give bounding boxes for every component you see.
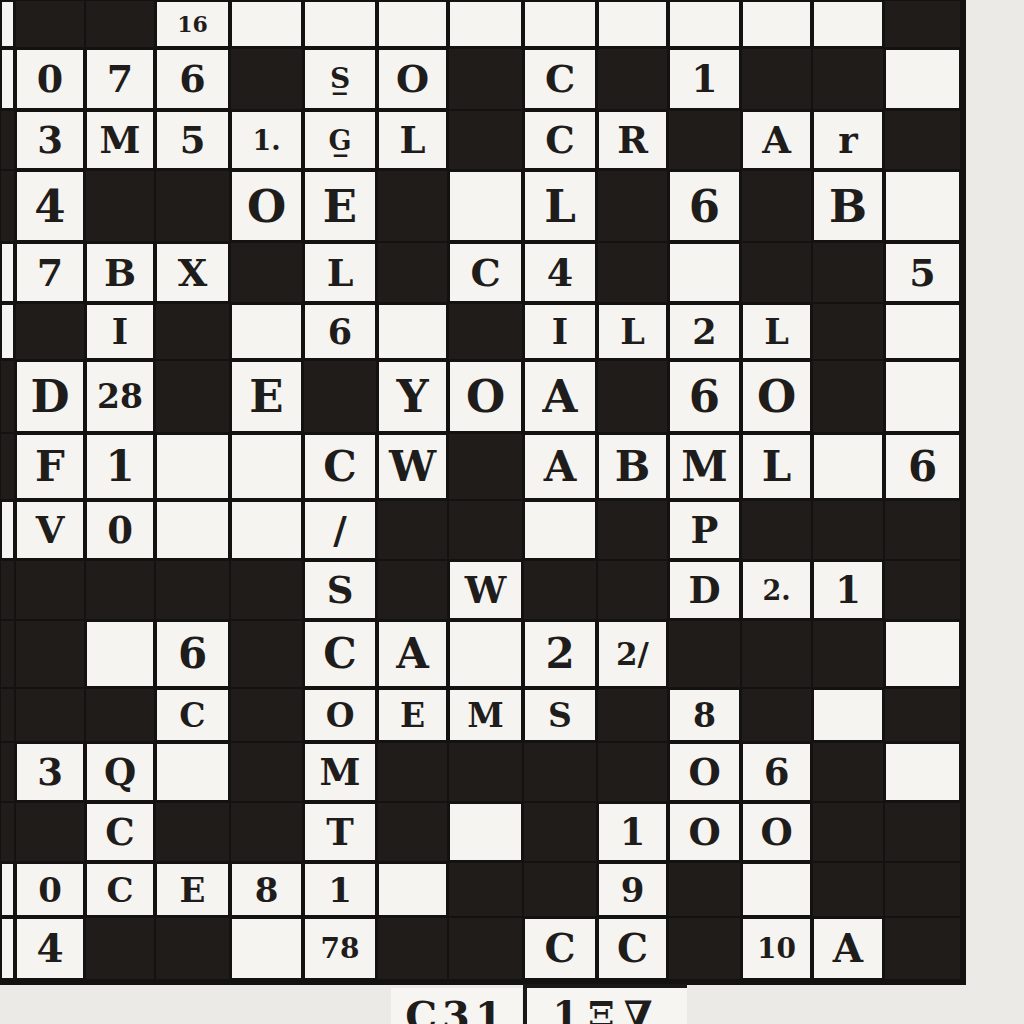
cell-r0-c12[interactable] — [814, 2, 882, 46]
cell-r9-c0-black — [1, 561, 14, 619]
cell-r11-c5[interactable]: O — [305, 690, 375, 740]
cell-r13-c13-black — [885, 803, 960, 861]
cell-glyph: C — [545, 122, 574, 159]
cell-r9-c7[interactable]: W — [450, 562, 521, 618]
cell-glyph: 2 — [545, 633, 574, 675]
cell-r7-c5[interactable]: C — [305, 435, 375, 498]
cell-r8-c12-black — [813, 501, 883, 559]
cell-r12-c12-black — [813, 743, 883, 801]
cell-r10-c5[interactable]: C — [305, 622, 375, 686]
cell-glyph: A — [543, 374, 578, 419]
cell-glyph: S̲ — [330, 65, 350, 93]
cell-r9-c8-black — [524, 561, 596, 619]
cell-r10-c3[interactable]: 6 — [157, 622, 228, 686]
cell-r5-c0[interactable] — [2, 305, 13, 358]
cell-r11-c12[interactable] — [814, 690, 882, 740]
cell-r12-c3[interactable] — [157, 744, 228, 800]
cell-glyph: C — [323, 633, 356, 675]
cell-r1-c8[interactable]: C — [525, 50, 595, 108]
cell-r0-c6[interactable] — [379, 2, 446, 46]
cell-r15-c10-black — [669, 918, 740, 979]
cell-r7-c1[interactable]: F — [17, 435, 83, 498]
cell-r11-c9-black — [598, 689, 667, 741]
cell-r10-c8[interactable]: 2 — [525, 622, 595, 686]
cell-glyph: E — [323, 184, 357, 229]
cell-glyph: 8 — [693, 699, 716, 732]
cell-r15-c3-black — [156, 918, 229, 979]
cell-r12-c1[interactable]: 3 — [17, 744, 83, 800]
cell-glyph: M — [467, 699, 504, 732]
cell-r5-c5[interactable]: 6 — [305, 305, 375, 358]
cell-glyph: A — [833, 929, 863, 968]
cell-r3-c5[interactable]: E — [305, 172, 375, 240]
cell-r5-c11[interactable]: L — [743, 305, 810, 358]
cell-r4-c6-black — [378, 243, 447, 302]
cell-glyph: B — [104, 254, 136, 292]
cell-r3-c2-black — [86, 171, 154, 241]
cell-r11-c4-black — [231, 689, 302, 741]
cell-r2-c7-black — [449, 111, 522, 169]
cell-r10-c7[interactable] — [450, 622, 521, 686]
cell-r15-c4[interactable] — [232, 919, 301, 978]
cell-r12-c6-black — [378, 743, 447, 801]
cell-r8-c7-black — [449, 501, 522, 559]
cell-r9-c2-black — [86, 561, 154, 619]
cell-glyph: T — [326, 814, 354, 851]
cell-glyph: 5 — [909, 254, 935, 292]
cell-glyph: 1 — [835, 572, 861, 609]
cell-glyph: 10 — [757, 935, 796, 963]
page: 16076S̲OC13M51.G̲LCRAr4OEL6B7BXLC45I6IL2… — [0, 0, 1024, 1024]
cell-glyph: V — [36, 512, 65, 549]
cell-glyph: M — [681, 446, 728, 488]
cell-r3-c13[interactable] — [886, 172, 959, 240]
cell-r15-c9[interactable]: C — [599, 919, 666, 978]
cell-glyph: 4 — [36, 929, 63, 968]
cell-r14-c5[interactable]: 1 — [305, 864, 375, 915]
cell-r15-c12[interactable]: A — [814, 919, 882, 978]
cell-r14-c13-black — [885, 863, 960, 916]
cell-r10-c10-black — [669, 621, 740, 687]
cell-glyph: 2/ — [616, 639, 649, 670]
cell-r0-c3[interactable]: 16 — [157, 2, 228, 46]
cell-glyph: 1. — [252, 127, 280, 154]
cell-r13-c11[interactable]: O — [743, 804, 810, 860]
cell-r10-c6[interactable]: A — [379, 622, 446, 686]
cell-glyph: W — [389, 446, 436, 488]
cell-r0-c10[interactable] — [670, 2, 739, 46]
cell-r8-c13-black — [885, 501, 960, 559]
cell-glyph: 7 — [107, 60, 133, 98]
cell-r2-c4[interactable]: 1. — [232, 112, 301, 168]
cell-r9-c10[interactable]: D — [670, 562, 739, 618]
cell-r6-c13[interactable] — [886, 362, 959, 431]
cell-r5-c1-black — [16, 304, 84, 359]
cell-glyph: 78 — [321, 935, 360, 963]
cell-r10-c11-black — [742, 621, 811, 687]
cell-r6-c5-black — [304, 361, 376, 432]
cell-r3-c1[interactable]: 4 — [17, 172, 83, 240]
cell-r2-c5[interactable]: G̲ — [305, 112, 375, 168]
cell-r1-c1[interactable]: 0 — [17, 50, 83, 108]
cell-r1-c4-black — [231, 49, 302, 109]
cell-r13-c4-black — [231, 803, 302, 861]
cell-glyph: O — [688, 754, 720, 791]
cell-r3-c9-black — [598, 171, 667, 241]
cell-r14-c4[interactable]: 8 — [232, 864, 301, 915]
cell-r2-c9[interactable]: R — [599, 112, 666, 168]
cell-r6-c0-black — [1, 361, 14, 432]
cell-r10-c12-black — [813, 621, 883, 687]
cell-r10-c0-black — [1, 621, 14, 687]
cell-r5-c13[interactable] — [886, 305, 959, 358]
cell-r8-c9-black — [598, 501, 667, 559]
cell-r14-c2[interactable]: C — [87, 864, 153, 915]
cell-glyph: X — [178, 254, 207, 292]
cell-r2-c3[interactable]: 5 — [157, 112, 228, 168]
cell-r0-c2-black — [86, 1, 154, 47]
cell-glyph: 5 — [180, 122, 206, 159]
cell-r8-c3[interactable] — [157, 502, 228, 558]
cell-r3-c3-black — [156, 171, 229, 241]
cell-r13-c8-black — [524, 803, 596, 861]
cell-r1-c6[interactable]: O — [379, 50, 446, 108]
cell-glyph: B — [615, 446, 651, 488]
cell-r14-c8-black — [524, 863, 596, 916]
cell-r6-c3-black — [156, 361, 229, 432]
cell-glyph: E — [249, 374, 283, 419]
cell-r4-c13[interactable]: 5 — [886, 244, 959, 301]
cell-r4-c7[interactable]: C — [450, 244, 521, 301]
cell-r14-c9[interactable]: 9 — [599, 864, 666, 915]
cell-r12-c8-black — [524, 743, 596, 801]
cell-r2-c13-black — [885, 111, 960, 169]
cell-r4-c10[interactable] — [670, 244, 739, 301]
cell-r12-c5[interactable]: M — [305, 744, 375, 800]
cell-r9-c12[interactable]: 1 — [814, 562, 882, 618]
cell-r0-c4[interactable] — [232, 2, 301, 46]
cell-r4-c8[interactable]: 4 — [525, 244, 595, 301]
cell-glyph: F — [35, 446, 65, 488]
cell-r1-c9-black — [598, 49, 667, 109]
cell-r1-c0[interactable] — [2, 50, 13, 108]
cell-r8-c0[interactable] — [2, 502, 13, 558]
cell-r1-c13[interactable] — [886, 50, 959, 108]
cell-r5-c12-black — [813, 304, 883, 359]
cell-glyph: 0 — [107, 512, 133, 549]
cell-r2-c2[interactable]: M — [87, 112, 153, 168]
cell-r11-c13-black — [885, 689, 960, 741]
cell-r12-c13[interactable] — [886, 744, 959, 800]
cell-glyph: Y — [396, 374, 428, 419]
cell-r0-c9[interactable] — [599, 2, 666, 46]
cell-r9-c3-black — [156, 561, 229, 619]
cell-r14-c10-black — [669, 863, 740, 916]
cell-r12-c9-black — [598, 743, 667, 801]
cell-r1-c5[interactable]: S̲ — [305, 50, 375, 108]
cell-r6-c2[interactable]: 28 — [87, 362, 153, 431]
cell-r11-c10[interactable]: 8 — [670, 690, 739, 740]
cell-r13-c3-black — [156, 803, 229, 861]
cell-glyph: C — [544, 929, 575, 968]
cell-r5-c2[interactable]: I — [87, 305, 153, 358]
cell-r3-c8[interactable]: L — [525, 172, 595, 240]
cell-r13-c5[interactable]: T — [305, 804, 375, 860]
cell-glyph: 8 — [255, 873, 279, 907]
cell-glyph: O — [247, 184, 286, 229]
cell-glyph: 6 — [764, 754, 790, 791]
cell-r15-c8[interactable]: C — [525, 919, 595, 978]
cell-r12-c10[interactable]: O — [670, 744, 739, 800]
cell-r4-c3[interactable]: X — [157, 244, 228, 301]
cell-r1-c7-black — [449, 49, 522, 109]
cell-glyph: 1 — [620, 814, 646, 851]
cell-r5-c3-black — [156, 304, 229, 359]
cell-r5-c8[interactable]: I — [525, 305, 595, 358]
cell-r8-c4[interactable] — [232, 502, 301, 558]
cell-r15-c7-black — [449, 918, 522, 979]
cell-glyph: G̲ — [328, 127, 351, 154]
cell-r7-c11[interactable]: L — [743, 435, 810, 498]
cell-r13-c6-black — [378, 803, 447, 861]
cell-r14-c0[interactable] — [2, 864, 13, 915]
cutoff-caption-cell-left: C31 — [391, 988, 522, 1024]
cell-r13-c12-black — [813, 803, 883, 861]
cell-glyph: 7 — [37, 254, 63, 292]
cell-glyph: C — [105, 814, 134, 851]
crossword-board: 16076S̲OC13M51.G̲LCRAr4OEL6B7BXLC45I6IL2… — [0, 0, 966, 985]
cell-r15-c1[interactable]: 4 — [17, 919, 83, 978]
cell-r0-c13-black — [885, 1, 960, 47]
cell-r6-c11[interactable]: O — [743, 362, 810, 431]
cell-glyph: Q — [104, 754, 136, 791]
cell-glyph: 3 — [37, 754, 63, 791]
cell-r1-c11-black — [742, 49, 811, 109]
cell-glyph: C — [545, 60, 575, 98]
cell-r1-c12-black — [813, 49, 883, 109]
cell-r15-c11[interactable]: 10 — [743, 919, 810, 978]
cell-r7-c8[interactable]: A — [525, 435, 595, 498]
cell-glyph: 6 — [178, 633, 207, 675]
cell-glyph: 6 — [908, 446, 937, 488]
cell-r7-c2[interactable]: 1 — [87, 435, 153, 498]
cell-r9-c6-black — [378, 561, 447, 619]
cell-r4-c12-black — [813, 243, 883, 302]
cell-r11-c0-black — [1, 689, 14, 741]
cell-r4-c0[interactable] — [2, 244, 13, 301]
cell-r5-c4[interactable] — [232, 305, 301, 358]
cell-r6-c4[interactable]: E — [232, 362, 301, 431]
cell-glyph: M — [320, 754, 361, 791]
cell-glyph: A — [762, 122, 791, 159]
cell-glyph: O — [757, 374, 796, 419]
cell-r11-c8[interactable]: S — [525, 690, 595, 740]
cell-r4-c9-black — [598, 243, 667, 302]
cell-r7-c3[interactable] — [157, 435, 228, 498]
cell-r4-c11-black — [742, 243, 811, 302]
cell-r3-c10[interactable]: 6 — [670, 172, 739, 240]
cell-r5-c7-black — [449, 304, 522, 359]
cell-r3-c11-black — [742, 171, 811, 241]
cell-glyph: L — [399, 122, 425, 159]
cell-r3-c6-black — [378, 171, 447, 241]
cell-r6-c10[interactable]: 6 — [670, 362, 739, 431]
cell-r12-c2[interactable]: Q — [87, 744, 153, 800]
cell-glyph: A — [544, 446, 577, 488]
cell-glyph: / — [333, 512, 347, 549]
cutoff-caption-cell-right: 1Ξ∇ — [523, 984, 687, 1024]
cell-r15-c13-black — [885, 918, 960, 979]
cell-r6-c12-black — [813, 361, 883, 432]
cell-glyph: O — [466, 374, 505, 419]
cell-r12-c11[interactable]: 6 — [743, 744, 810, 800]
cell-r13-c7[interactable] — [450, 804, 521, 860]
cell-glyph: 1 — [691, 60, 717, 98]
cell-glyph: 6 — [689, 184, 720, 229]
cell-r9-c5[interactable]: S — [305, 562, 375, 618]
cell-glyph: C — [323, 446, 356, 488]
cell-glyph: 28 — [97, 380, 143, 413]
cell-r10-c2[interactable] — [87, 622, 153, 686]
cell-glyph: 0 — [37, 60, 63, 98]
cell-r13-c10[interactable]: O — [670, 804, 739, 860]
cell-r1-c2[interactable]: 7 — [87, 50, 153, 108]
cell-r10-c4-black — [231, 621, 302, 687]
cell-r13-c0-black — [1, 803, 14, 861]
cell-r9-c11[interactable]: 2. — [743, 562, 810, 618]
cell-r5-c6[interactable] — [379, 305, 446, 358]
cell-r3-c4[interactable]: O — [232, 172, 301, 240]
cell-r9-c4-black — [231, 561, 302, 619]
cell-r4-c5[interactable]: L — [305, 244, 375, 301]
cell-r2-c8[interactable]: C — [525, 112, 595, 168]
cell-r0-c0[interactable] — [2, 2, 13, 46]
cell-r0-c7[interactable] — [450, 2, 521, 46]
cell-glyph: 9 — [621, 873, 645, 907]
cell-r7-c4[interactable] — [232, 435, 301, 498]
cell-r13-c2[interactable]: C — [87, 804, 153, 860]
cell-glyph: 2. — [762, 577, 790, 604]
cell-r11-c11-black — [742, 689, 811, 741]
cell-r7-c9[interactable]: B — [599, 435, 666, 498]
cell-glyph: C — [617, 929, 648, 968]
cell-glyph: D — [688, 572, 720, 609]
cell-r10-c13[interactable] — [886, 622, 959, 686]
cell-r12-c0-black — [1, 743, 14, 801]
cell-r12-c4-black — [231, 743, 302, 801]
cell-r7-c12[interactable] — [814, 435, 882, 498]
cell-r2-c12[interactable]: r — [814, 112, 882, 168]
cell-r15-c2-black — [86, 918, 154, 979]
cell-glyph: 16 — [177, 13, 208, 35]
cell-r8-c5[interactable]: / — [305, 502, 375, 558]
cell-r11-c1-black — [16, 689, 84, 741]
cell-r13-c1-black — [16, 803, 84, 861]
cell-r11-c6[interactable]: E — [379, 690, 446, 740]
cell-glyph: O — [396, 60, 429, 98]
cell-r8-c2[interactable]: 0 — [87, 502, 153, 558]
cell-glyph: 4 — [34, 184, 65, 229]
cell-r3-c12[interactable]: B — [814, 172, 882, 240]
cell-glyph: I — [112, 314, 128, 349]
cell-r8-c6-black — [378, 501, 447, 559]
cell-glyph: P — [691, 512, 719, 549]
cell-r10-c1-black — [16, 621, 84, 687]
cell-r14-c6[interactable] — [379, 864, 446, 915]
cell-r4-c2[interactable]: B — [87, 244, 153, 301]
cell-r0-c1-black — [16, 1, 84, 47]
cell-r6-c7[interactable]: O — [450, 362, 521, 431]
cell-r15-c6-black — [378, 918, 447, 979]
cell-r9-c1-black — [16, 561, 84, 619]
cell-r8-c8[interactable] — [525, 502, 595, 558]
cell-glyph: L — [544, 184, 576, 229]
cell-glyph: D — [30, 374, 69, 419]
cell-r8-c10[interactable]: P — [670, 502, 739, 558]
cell-r10-c9[interactable]: 2/ — [599, 622, 666, 686]
cell-r14-c1[interactable]: 0 — [17, 864, 83, 915]
cell-glyph: 4 — [547, 254, 573, 292]
cell-r4-c4-black — [231, 243, 302, 302]
cell-glyph: A — [396, 633, 429, 675]
cell-glyph: E — [180, 873, 206, 907]
cell-glyph: I — [552, 314, 568, 349]
cell-r2-c1[interactable]: 3 — [17, 112, 83, 168]
cell-r6-c8[interactable]: A — [525, 362, 595, 431]
cell-r11-c3[interactable]: C — [157, 690, 228, 740]
cell-r5-c9[interactable]: L — [599, 305, 666, 358]
cell-r2-c0-black — [1, 111, 14, 169]
cell-r4-c1[interactable]: 7 — [17, 244, 83, 301]
cell-r14-c3[interactable]: E — [157, 864, 228, 915]
cell-r11-c2-black — [86, 689, 154, 741]
cell-glyph: L — [620, 314, 645, 349]
cell-r14-c11[interactable] — [743, 864, 810, 915]
cell-r0-c8[interactable] — [525, 2, 595, 46]
cell-r11-c7[interactable]: M — [450, 690, 521, 740]
cell-glyph: 0 — [38, 873, 62, 907]
cell-r1-c3[interactable]: 6 — [157, 50, 228, 108]
cell-r15-c0[interactable] — [2, 919, 13, 978]
cell-glyph: C — [470, 254, 500, 292]
cell-r0-c11[interactable] — [743, 2, 810, 46]
cell-r2-c11[interactable]: A — [743, 112, 810, 168]
cell-glyph: L — [327, 254, 354, 292]
cell-glyph: 2 — [692, 314, 716, 349]
cell-glyph: 6 — [328, 314, 352, 349]
cell-r7-c6[interactable]: W — [379, 435, 446, 498]
cell-r7-c10[interactable]: M — [670, 435, 739, 498]
cell-r2-c6[interactable]: L — [379, 112, 446, 168]
cell-glyph: O — [688, 814, 720, 851]
cell-r0-c5[interactable] — [305, 2, 375, 46]
cell-r7-c13[interactable]: 6 — [886, 435, 959, 498]
cell-glyph: 6 — [689, 374, 720, 419]
cell-r3-c7[interactable] — [450, 172, 521, 240]
cell-r1-c10[interactable]: 1 — [670, 50, 739, 108]
cell-r9-c9-black — [598, 561, 667, 619]
cell-r15-c5[interactable]: 78 — [305, 919, 375, 978]
cell-glyph: S — [548, 699, 572, 732]
cell-r5-c10[interactable]: 2 — [670, 305, 739, 358]
cell-r6-c1[interactable]: D — [17, 362, 83, 431]
cell-glyph: M — [100, 122, 141, 159]
cell-r6-c6[interactable]: Y — [379, 362, 446, 431]
cell-glyph: O — [760, 814, 792, 851]
cell-glyph: R — [617, 122, 648, 159]
cell-r13-c9[interactable]: 1 — [599, 804, 666, 860]
cell-r8-c1[interactable]: V — [17, 502, 83, 558]
